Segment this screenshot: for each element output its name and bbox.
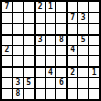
sudoku-cell-given[interactable]: 3 — [78, 13, 88, 23]
sudoku-cell-empty[interactable] — [35, 67, 45, 77]
sudoku-cell-empty[interactable] — [56, 2, 66, 12]
sudoku-cell-empty[interactable] — [89, 56, 99, 66]
sudoku-cell-given[interactable]: 4 — [46, 67, 56, 77]
sudoku-cell-empty[interactable] — [46, 24, 56, 34]
sudoku-cell-empty[interactable] — [13, 35, 23, 45]
sudoku-cell-empty[interactable] — [89, 78, 99, 88]
sudoku-cell-empty[interactable] — [56, 89, 66, 99]
sudoku-cell-empty[interactable] — [46, 78, 56, 88]
sudoku-cell-empty[interactable] — [2, 56, 12, 66]
sudoku-cell-given[interactable]: 3 — [13, 78, 23, 88]
sudoku-cell-empty[interactable] — [46, 56, 56, 66]
sudoku-cell-empty[interactable] — [89, 35, 99, 45]
sudoku-cell-empty[interactable] — [56, 67, 66, 77]
sudoku-cell-empty[interactable] — [24, 46, 34, 56]
sudoku-cell-empty[interactable] — [2, 35, 12, 45]
sudoku-cell-empty[interactable] — [89, 2, 99, 12]
sudoku-cell-empty[interactable] — [13, 24, 23, 34]
sudoku-cell-empty[interactable] — [56, 46, 66, 56]
sudoku-cell-empty[interactable] — [46, 13, 56, 23]
sudoku-cell-given[interactable]: 4 — [67, 46, 77, 56]
sudoku-cell-empty[interactable] — [13, 67, 23, 77]
sudoku-cell-empty[interactable] — [78, 78, 88, 88]
sudoku-cell-given[interactable]: 5 — [24, 78, 34, 88]
sudoku-cell-empty[interactable] — [24, 2, 34, 12]
sudoku-cell-given[interactable]: 7 — [2, 2, 12, 12]
sudoku-cell-empty[interactable] — [24, 13, 34, 23]
sudoku-cell-given[interactable]: 1 — [46, 2, 56, 12]
sudoku-cell-given[interactable]: 8 — [56, 35, 66, 45]
sudoku-cell-empty[interactable] — [24, 67, 34, 77]
sudoku-cell-empty[interactable] — [35, 13, 45, 23]
sudoku-cell-given[interactable]: 2 — [67, 67, 77, 77]
sudoku-cell-empty[interactable] — [24, 35, 34, 45]
sudoku-cell-empty[interactable] — [78, 67, 88, 77]
sudoku-cell-empty[interactable] — [35, 46, 45, 56]
sudoku-cell-empty[interactable] — [67, 89, 77, 99]
sudoku-cell-empty[interactable] — [46, 89, 56, 99]
sudoku-cell-empty[interactable] — [67, 56, 77, 66]
sudoku-cell-empty[interactable] — [24, 56, 34, 66]
sudoku-cell-empty[interactable] — [89, 13, 99, 23]
sudoku-cell-empty[interactable] — [78, 89, 88, 99]
sudoku-cell-empty[interactable] — [2, 78, 12, 88]
sudoku-cell-empty[interactable] — [35, 78, 45, 88]
sudoku-cell-given[interactable]: 1 — [89, 67, 99, 77]
sudoku-cell-empty[interactable] — [13, 46, 23, 56]
sudoku-cell-empty[interactable] — [46, 35, 56, 45]
sudoku-cell-empty[interactable] — [46, 46, 56, 56]
sudoku-cell-empty[interactable] — [56, 13, 66, 23]
sudoku-cell-empty[interactable] — [13, 13, 23, 23]
sudoku-cell-empty[interactable] — [78, 2, 88, 12]
sudoku-cell-empty[interactable] — [56, 56, 66, 66]
sudoku-cell-empty[interactable] — [24, 89, 34, 99]
sudoku-cell-empty[interactable] — [67, 2, 77, 12]
sudoku-cell-given[interactable]: 7 — [67, 13, 77, 23]
sudoku-cell-empty[interactable] — [13, 2, 23, 12]
sudoku-cell-given[interactable]: 2 — [2, 46, 12, 56]
sudoku-cell-empty[interactable] — [89, 46, 99, 56]
sudoku-cell-given[interactable]: 8 — [13, 89, 23, 99]
sudoku-cell-empty[interactable] — [56, 24, 66, 34]
sudoku-cell-empty[interactable] — [89, 24, 99, 34]
sudoku-cell-empty[interactable] — [89, 89, 99, 99]
sudoku-board: 72173385244213568 — [0, 0, 101, 101]
sudoku-cell-empty[interactable] — [78, 46, 88, 56]
sudoku-cell-empty[interactable] — [35, 89, 45, 99]
sudoku-cell-empty[interactable] — [67, 24, 77, 34]
sudoku-cell-empty[interactable] — [2, 89, 12, 99]
sudoku-cell-empty[interactable] — [67, 78, 77, 88]
sudoku-cell-given[interactable]: 5 — [78, 35, 88, 45]
sudoku-cell-given[interactable]: 2 — [35, 2, 45, 12]
sudoku-cell-empty[interactable] — [13, 56, 23, 66]
sudoku-cell-given[interactable]: 3 — [35, 35, 45, 45]
sudoku-cell-empty[interactable] — [78, 56, 88, 66]
sudoku-cell-given[interactable]: 6 — [56, 78, 66, 88]
sudoku-cell-empty[interactable] — [2, 24, 12, 34]
sudoku-cell-empty[interactable] — [35, 56, 45, 66]
sudoku-cell-empty[interactable] — [67, 35, 77, 45]
sudoku-cell-empty[interactable] — [78, 24, 88, 34]
sudoku-cell-empty[interactable] — [24, 24, 34, 34]
sudoku-cell-empty[interactable] — [2, 13, 12, 23]
sudoku-cell-empty[interactable] — [35, 24, 45, 34]
sudoku-cell-empty[interactable] — [2, 67, 12, 77]
